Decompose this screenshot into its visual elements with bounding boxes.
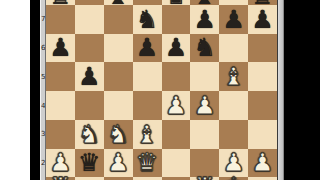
piece-white-rook-a1[interactable]: ♜ [49,174,71,180]
square-b7[interactable] [75,5,104,34]
piece-black-knight-f6[interactable]: ♞ [194,35,216,60]
rank-label-5: 5 [41,73,45,81]
piece-black-pawn-b5[interactable]: ♟ [78,64,100,89]
chess-board[interactable]: ♜♝♚♝♜♞♟♟♟♟♟♟♞♟♝♟♟♞♞♝♟♛♟♛♟♟♜♜♚ [46,0,277,180]
piece-black-knight-d7[interactable]: ♞ [136,7,158,32]
square-d7[interactable]: ♞ [133,5,162,34]
square-c6[interactable] [104,34,133,63]
piece-white-pawn-c2[interactable]: ♟ [107,150,129,175]
piece-black-rook-h8[interactable]: ♜ [251,0,273,8]
piece-black-rook-a8[interactable]: ♜ [49,0,71,8]
piece-black-king-e8[interactable]: ♚ [165,0,187,8]
piece-black-pawn-d6[interactable]: ♟ [136,35,158,60]
square-h1[interactable] [248,177,277,180]
square-b5[interactable]: ♟ [75,62,104,91]
square-a4[interactable] [46,91,75,120]
piece-black-pawn-e6[interactable]: ♟ [165,35,187,60]
square-d5[interactable] [133,62,162,91]
rank-label-3: 3 [41,130,45,138]
square-g3[interactable] [219,120,248,149]
square-g7[interactable]: ♟ [219,5,248,34]
square-a8[interactable]: ♜ [46,0,75,5]
square-f6[interactable]: ♞ [190,34,219,63]
piece-white-knight-c3[interactable]: ♞ [107,122,129,147]
piece-white-knight-b3[interactable]: ♞ [78,122,100,147]
square-h5[interactable] [248,62,277,91]
square-b2[interactable]: ♛ [75,149,104,178]
square-b4[interactable] [75,91,104,120]
square-e1[interactable] [162,177,191,180]
piece-black-pawn-a6[interactable]: ♟ [49,35,71,60]
square-g6[interactable] [219,34,248,63]
square-a1[interactable]: ♜ [46,177,75,180]
piece-white-pawn-f4[interactable]: ♟ [194,93,216,118]
square-h6[interactable] [248,34,277,63]
piece-white-pawn-h2[interactable]: ♟ [251,150,273,175]
rank-label-7: 7 [41,15,45,23]
square-b6[interactable] [75,34,104,63]
square-f5[interactable] [190,62,219,91]
piece-black-pawn-f7[interactable]: ♟ [194,7,216,32]
square-a3[interactable] [46,120,75,149]
square-e5[interactable] [162,62,191,91]
square-g4[interactable] [219,91,248,120]
square-h8[interactable]: ♜ [248,0,277,5]
rank-label-2: 2 [41,159,45,167]
square-c5[interactable] [104,62,133,91]
piece-black-bishop-c8[interactable]: ♝ [107,0,129,8]
vertical-scrollbar[interactable] [277,0,284,180]
square-h2[interactable]: ♟ [248,149,277,178]
piece-white-bishop-g5[interactable]: ♝ [222,64,244,89]
piece-black-pawn-g7[interactable]: ♟ [222,7,244,32]
rank-label-6: 6 [41,44,45,52]
square-f4[interactable]: ♟ [190,91,219,120]
piece-white-bishop-d3[interactable]: ♝ [136,122,158,147]
square-a6[interactable]: ♟ [46,34,75,63]
square-b1[interactable] [75,177,104,180]
square-e6[interactable]: ♟ [162,34,191,63]
square-f3[interactable] [190,120,219,149]
square-g1[interactable]: ♚ [219,177,248,180]
square-g5[interactable]: ♝ [219,62,248,91]
square-a5[interactable] [46,62,75,91]
square-e8[interactable]: ♚ [162,0,191,5]
square-e4[interactable]: ♟ [162,91,191,120]
square-f1[interactable]: ♜ [190,177,219,180]
square-c3[interactable]: ♞ [104,120,133,149]
square-c4[interactable] [104,91,133,120]
piece-white-pawn-e4[interactable]: ♟ [165,93,187,118]
piece-black-bishop-f8[interactable]: ♝ [194,0,216,8]
square-e2[interactable] [162,149,191,178]
piece-black-pawn-h7[interactable]: ♟ [251,7,273,32]
square-b3[interactable]: ♞ [75,120,104,149]
square-c2[interactable]: ♟ [104,149,133,178]
rank-label-4: 4 [41,102,45,110]
square-e3[interactable] [162,120,191,149]
square-c8[interactable]: ♝ [104,0,133,5]
square-h3[interactable] [248,120,277,149]
square-c1[interactable] [104,177,133,180]
piece-black-queen-b2[interactable]: ♛ [78,150,100,175]
square-f8[interactable]: ♝ [190,0,219,5]
square-d6[interactable]: ♟ [133,34,162,63]
chess-video-frame: 87654321 ♜♝♚♝♜♞♟♟♟♟♟♟♞♟♝♟♟♞♞♝♟♛♟♛♟♟♜♜♚ [0,0,320,180]
board-grid: ♜♝♚♝♜♞♟♟♟♟♟♟♞♟♝♟♟♞♞♝♟♛♟♛♟♟♜♜♚ [46,0,277,180]
square-d3[interactable]: ♝ [133,120,162,149]
piece-white-king-g1[interactable]: ♚ [222,174,244,180]
square-d4[interactable] [133,91,162,120]
square-d1[interactable] [133,177,162,180]
piece-white-queen-d2[interactable]: ♛ [136,150,158,175]
square-d2[interactable]: ♛ [133,149,162,178]
page-margin-left [0,0,30,180]
square-h4[interactable] [248,91,277,120]
piece-white-rook-f1[interactable]: ♜ [194,174,216,180]
